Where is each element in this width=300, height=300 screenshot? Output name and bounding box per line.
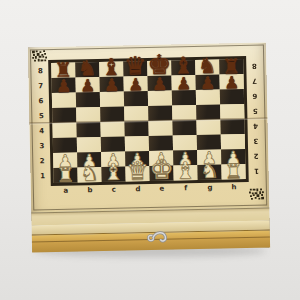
piece-white-rook-a1: ♜ (53, 165, 77, 185)
product-photo-scene: 87654321 87654321 abcdefgh (0, 0, 300, 300)
piece-white-rook-h1: ♜ (221, 161, 245, 181)
piece-white-bishop-f1: ♝ (173, 159, 197, 182)
metal-clasp-icon (145, 229, 171, 246)
piece-white-pawn-g2: ♟ (197, 149, 221, 166)
piece-black-pawn-g7: ♟ (195, 75, 219, 92)
piece-white-pawn-f2: ♟ (173, 150, 197, 167)
piece-white-pawn-e2: ♟ (149, 150, 173, 167)
piece-black-knight-g8: ♞ (195, 56, 219, 77)
piece-black-knight-b8: ♞ (75, 58, 99, 79)
folding-chess-box: 87654321 87654321 abcdefgh (28, 43, 270, 253)
piece-white-bishop-c1: ♝ (101, 160, 125, 183)
piece-white-knight-g1: ♞ (197, 160, 221, 181)
piece-white-king-e1: ♚ (149, 155, 174, 182)
piece-black-pawn-c7: ♟ (100, 77, 124, 94)
piece-black-rook-a8: ♜ (51, 60, 75, 80)
piece-white-queen-d1: ♛ (125, 158, 150, 183)
piece-black-pawn-d7: ♟ (124, 76, 148, 93)
piece-black-queen-d8: ♛ (123, 53, 148, 78)
chess-board: 87654321 87654321 abcdefgh (28, 43, 269, 213)
piece-white-pawn-h2: ♟ (221, 149, 245, 166)
piece-black-rook-h8: ♜ (219, 56, 243, 76)
piece-white-pawn-c2: ♟ (101, 152, 125, 169)
piece-white-knight-b1: ♞ (77, 163, 101, 184)
piece-white-pawn-d2: ♟ (125, 151, 149, 168)
piece-black-king-e8: ♚ (147, 51, 172, 78)
piece-black-pawn-a7: ♟ (52, 78, 76, 95)
box-front (31, 207, 270, 252)
piece-black-pawn-f7: ♟ (171, 75, 195, 92)
piece-black-pawn-h7: ♟ (219, 74, 243, 91)
piece-black-pawn-b7: ♟ (76, 77, 100, 94)
piece-black-pawn-e7: ♟ (148, 76, 172, 93)
piece-white-pawn-b2: ♟ (77, 152, 101, 169)
piece-black-bishop-c8: ♝ (99, 56, 123, 79)
piece-white-pawn-a2: ♟ (53, 153, 77, 170)
piece-black-bishop-f8: ♝ (171, 54, 195, 77)
pieces-layer: ♜♞♝♛♚♝♞♜♟♟♟♟♟♟♟♟♟♟♟♟♟♟♟♟♜♞♝♛♚♝♞♜ (28, 43, 269, 213)
